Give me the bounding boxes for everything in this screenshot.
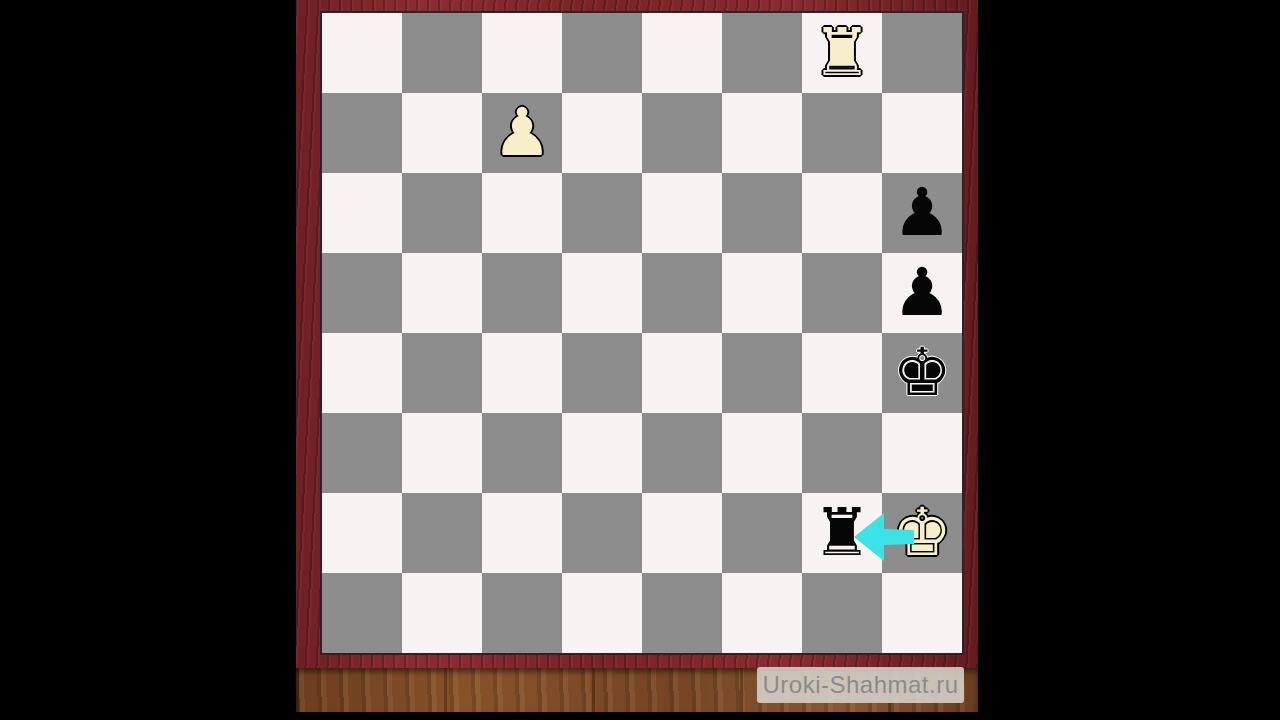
- black-pawn-h5: ♟: [892, 253, 951, 333]
- square-h4: ♚: [882, 333, 962, 413]
- square-h6: ♟: [882, 173, 962, 253]
- square-h1: [882, 573, 962, 653]
- square-f6: [722, 173, 802, 253]
- watermark-text: Uroki-Shahmat.ru: [762, 671, 958, 699]
- square-d7: [562, 93, 642, 173]
- square-a6: [322, 173, 402, 253]
- square-c2: [482, 493, 562, 573]
- square-a7: [322, 93, 402, 173]
- square-f1: [722, 573, 802, 653]
- square-g4: [802, 333, 882, 413]
- white-pawn-c7: ♟: [492, 93, 551, 173]
- square-b4: [402, 333, 482, 413]
- watermark-badge: Uroki-Shahmat.ru: [757, 667, 964, 703]
- square-a4: [322, 333, 402, 413]
- square-e4: [642, 333, 722, 413]
- square-c1: [482, 573, 562, 653]
- square-d1: [562, 573, 642, 653]
- square-d3: [562, 413, 642, 493]
- black-pawn-h6: ♟: [892, 173, 951, 253]
- square-c4: [482, 333, 562, 413]
- square-d6: [562, 173, 642, 253]
- square-f7: [722, 93, 802, 173]
- square-g2: ♜: [802, 493, 882, 573]
- video-frame: ♜♟♟♟♚♜♚ Uroki-Shahmat.ru: [0, 0, 1280, 720]
- square-d4: [562, 333, 642, 413]
- square-c8: [482, 13, 562, 93]
- square-c3: [482, 413, 562, 493]
- square-c5: [482, 253, 562, 333]
- square-e7: [642, 93, 722, 173]
- square-e8: [642, 13, 722, 93]
- square-c7: ♟: [482, 93, 562, 173]
- square-b7: [402, 93, 482, 173]
- square-b8: [402, 13, 482, 93]
- square-b1: [402, 573, 482, 653]
- square-e2: [642, 493, 722, 573]
- square-b5: [402, 253, 482, 333]
- board-frame: ♜♟♟♟♚♜♚: [296, 0, 978, 668]
- square-f8: [722, 13, 802, 93]
- square-g1: [802, 573, 882, 653]
- square-h8: [882, 13, 962, 93]
- square-a1: [322, 573, 402, 653]
- square-e5: [642, 253, 722, 333]
- square-b6: [402, 173, 482, 253]
- square-b2: [402, 493, 482, 573]
- square-a5: [322, 253, 402, 333]
- white-king-h2: ♚: [892, 493, 951, 573]
- square-a8: [322, 13, 402, 93]
- square-d8: [562, 13, 642, 93]
- white-rook-g8: ♜: [812, 13, 871, 93]
- square-h3: [882, 413, 962, 493]
- square-g7: [802, 93, 882, 173]
- chess-board: ♜♟♟♟♚♜♚: [322, 13, 962, 653]
- square-e6: [642, 173, 722, 253]
- square-g5: [802, 253, 882, 333]
- square-g8: ♜: [802, 13, 882, 93]
- black-rook-g2: ♜: [812, 493, 871, 573]
- black-king-h4: ♚: [892, 333, 951, 413]
- square-d5: [562, 253, 642, 333]
- square-a3: [322, 413, 402, 493]
- square-f2: [722, 493, 802, 573]
- square-e1: [642, 573, 722, 653]
- square-h7: [882, 93, 962, 173]
- square-c6: [482, 173, 562, 253]
- square-h5: ♟: [882, 253, 962, 333]
- square-d2: [562, 493, 642, 573]
- square-g6: [802, 173, 882, 253]
- square-f3: [722, 413, 802, 493]
- square-a2: [322, 493, 402, 573]
- square-e3: [642, 413, 722, 493]
- square-f4: [722, 333, 802, 413]
- square-h2: ♚: [882, 493, 962, 573]
- square-g3: [802, 413, 882, 493]
- square-b3: [402, 413, 482, 493]
- square-f5: [722, 253, 802, 333]
